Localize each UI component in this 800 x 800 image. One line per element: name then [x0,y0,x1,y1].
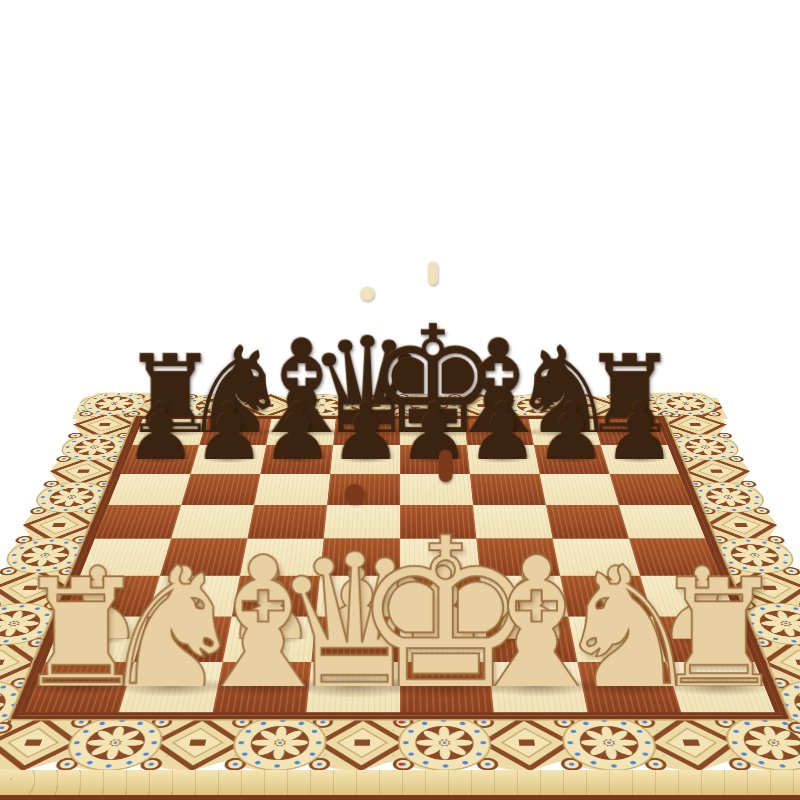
chessboard: ♜♞♝♛♚♝♞♜♟♟♟♟♟♟♟♟♟♟♟♟♟♟♟♟♜♞♝♛♚♝♞♜ [0,393,800,775]
piece-white-rook-h1: ♜ [573,267,800,686]
box-side-face [0,770,800,800]
product-photo-stage: ♜♞♝♛♚♝♞♜♟♟♟♟♟♟♟♟♟♟♟♟♟♟♟♟♜♞♝♛♚♝♞♜ [0,0,800,800]
perspective-scene: ♜♞♝♛♚♝♞♜♟♟♟♟♟♟♟♟♟♟♟♟♟♟♟♟♜♞♝♛♚♝♞♜ [0,0,800,800]
